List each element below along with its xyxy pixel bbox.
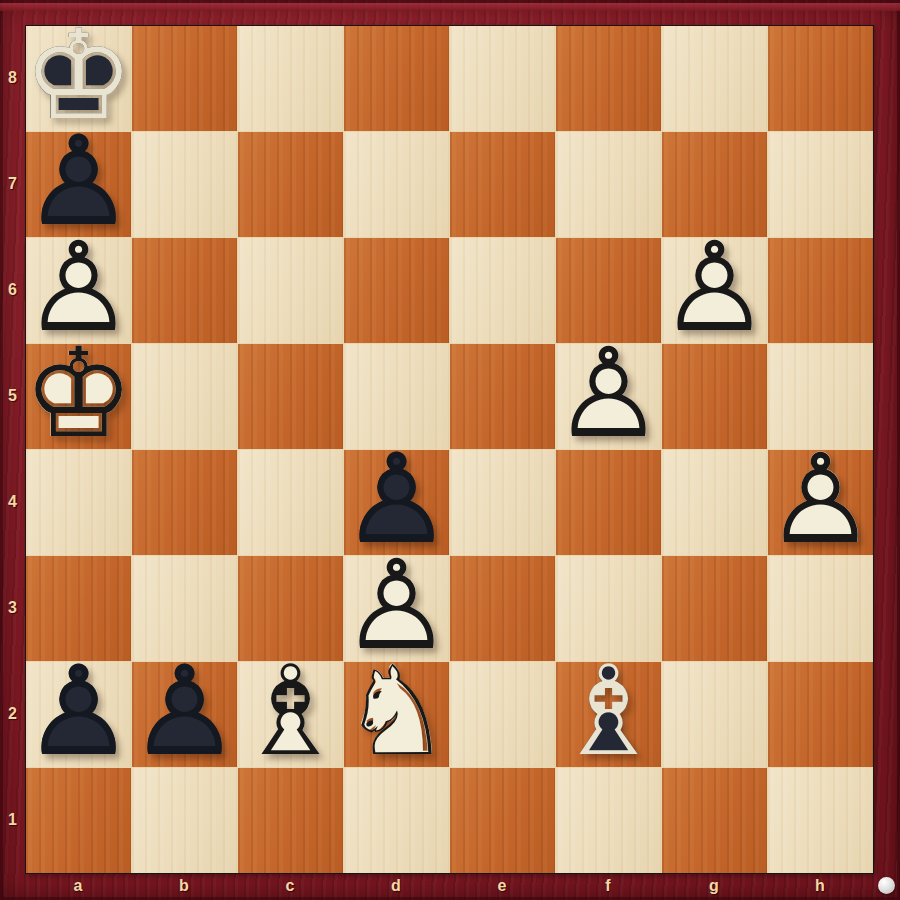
square-a2[interactable]: ♟♙ [26, 662, 131, 767]
square-h4[interactable]: ♟♙ [768, 450, 873, 555]
rank-label-3: 3 [0, 555, 25, 661]
square-d2[interactable]: ♞♘ [344, 662, 449, 767]
square-c5[interactable] [238, 344, 343, 449]
square-c2[interactable]: ♝♗ [238, 662, 343, 767]
file-label-a: a [25, 874, 131, 900]
bishop-glyph-outline: ♗ [553, 657, 664, 763]
white-pawn-f5[interactable]: ♟♙ [556, 344, 661, 449]
pawn-glyph-outline: ♙ [129, 657, 240, 763]
rank-label-8: 8 [0, 25, 25, 131]
square-e6[interactable] [450, 238, 555, 343]
square-e3[interactable] [450, 556, 555, 661]
square-f4[interactable] [556, 450, 661, 555]
file-label-d: d [343, 874, 449, 900]
white-pawn-g6[interactable]: ♟♙ [662, 238, 767, 343]
square-g8[interactable] [662, 26, 767, 131]
file-label-b: b [131, 874, 237, 900]
square-g4[interactable] [662, 450, 767, 555]
square-b8[interactable] [132, 26, 237, 131]
file-label-e: e [449, 874, 555, 900]
chess-board: ♚♔♟♙♟♙♟♙♚♔♟♙♟♙♟♙♟♙♟♙♟♙♝♗♞♘♝♗ [25, 25, 874, 874]
square-f5[interactable]: ♟♙ [556, 344, 661, 449]
file-label-c: c [237, 874, 343, 900]
rank-label-2: 2 [0, 661, 25, 767]
rank-label-7: 7 [0, 131, 25, 237]
square-a4[interactable] [26, 450, 131, 555]
square-c8[interactable] [238, 26, 343, 131]
square-c4[interactable] [238, 450, 343, 555]
square-b7[interactable] [132, 132, 237, 237]
square-h1[interactable] [768, 768, 873, 873]
bishop-glyph-outline: ♗ [235, 657, 346, 763]
black-pawn-b2[interactable]: ♟♙ [132, 662, 237, 767]
rank-label-6: 6 [0, 237, 25, 343]
square-g6[interactable]: ♟♙ [662, 238, 767, 343]
square-d1[interactable] [344, 768, 449, 873]
square-h7[interactable] [768, 132, 873, 237]
rank-label-4: 4 [0, 449, 25, 555]
square-b4[interactable] [132, 450, 237, 555]
square-c7[interactable] [238, 132, 343, 237]
square-c6[interactable] [238, 238, 343, 343]
white-bishop-c2[interactable]: ♝♗ [238, 662, 343, 767]
white-king-a5[interactable]: ♚♔ [26, 344, 131, 449]
pawn-glyph-outline: ♙ [23, 657, 134, 763]
square-e2[interactable] [450, 662, 555, 767]
black-pawn-a2[interactable]: ♟♙ [26, 662, 131, 767]
pawn-glyph-outline: ♙ [765, 445, 876, 551]
square-b2[interactable]: ♟♙ [132, 662, 237, 767]
knight-glyph-outline: ♘ [341, 657, 452, 763]
square-g5[interactable] [662, 344, 767, 449]
square-b1[interactable] [132, 768, 237, 873]
square-e8[interactable] [450, 26, 555, 131]
square-d8[interactable] [344, 26, 449, 131]
square-g2[interactable] [662, 662, 767, 767]
file-label-g: g [661, 874, 767, 900]
square-b6[interactable] [132, 238, 237, 343]
square-d6[interactable] [344, 238, 449, 343]
black-bishop-f2[interactable]: ♝♗ [556, 662, 661, 767]
square-e7[interactable] [450, 132, 555, 237]
rank-label-5: 5 [0, 343, 25, 449]
square-h8[interactable] [768, 26, 873, 131]
square-e4[interactable] [450, 450, 555, 555]
square-g1[interactable] [662, 768, 767, 873]
square-h6[interactable] [768, 238, 873, 343]
king-glyph-outline: ♔ [23, 339, 134, 445]
square-e5[interactable] [450, 344, 555, 449]
white-pawn-h4[interactable]: ♟♙ [768, 450, 873, 555]
square-d7[interactable] [344, 132, 449, 237]
pawn-glyph-outline: ♙ [553, 339, 664, 445]
rank-label-1: 1 [0, 767, 25, 873]
square-f1[interactable] [556, 768, 661, 873]
square-e1[interactable] [450, 768, 555, 873]
side-to-move-indicator [878, 877, 895, 894]
square-f2[interactable]: ♝♗ [556, 662, 661, 767]
square-f7[interactable] [556, 132, 661, 237]
square-b5[interactable] [132, 344, 237, 449]
square-c1[interactable] [238, 768, 343, 873]
square-h3[interactable] [768, 556, 873, 661]
square-h2[interactable] [768, 662, 873, 767]
square-f8[interactable] [556, 26, 661, 131]
pawn-glyph-outline: ♙ [659, 233, 770, 339]
file-label-f: f [555, 874, 661, 900]
square-a5[interactable]: ♚♔ [26, 344, 131, 449]
square-a1[interactable] [26, 768, 131, 873]
board-frame: ♚♔♟♙♟♙♟♙♚♔♟♙♟♙♟♙♟♙♟♙♟♙♝♗♞♘♝♗ abcdefgh 87… [0, 0, 900, 900]
white-knight-d2[interactable]: ♞♘ [344, 662, 449, 767]
square-g3[interactable] [662, 556, 767, 661]
file-label-h: h [767, 874, 873, 900]
